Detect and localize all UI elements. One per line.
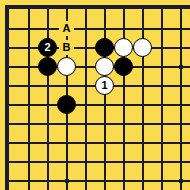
black-stone xyxy=(95,38,114,57)
star-point xyxy=(179,179,183,183)
black-stone xyxy=(114,57,133,76)
grid-line-horizontal xyxy=(5,180,190,182)
white-stone xyxy=(95,57,114,76)
point-label-b: B xyxy=(59,40,74,55)
black-stone-2: 2 xyxy=(38,38,57,57)
go-board[interactable]: AB21 xyxy=(0,0,190,190)
black-stone xyxy=(57,95,76,114)
grid-line-horizontal xyxy=(5,161,190,163)
white-stone xyxy=(57,57,76,76)
white-stone-1: 1 xyxy=(95,76,114,95)
go-diagram: AB21 xyxy=(0,0,190,190)
white-stone xyxy=(114,38,133,57)
grid-line-vertical xyxy=(180,5,182,190)
star-point xyxy=(65,179,69,183)
white-stone xyxy=(133,38,152,57)
star-point xyxy=(179,65,183,69)
point-label-a: A xyxy=(59,21,74,36)
black-stone xyxy=(38,57,57,76)
